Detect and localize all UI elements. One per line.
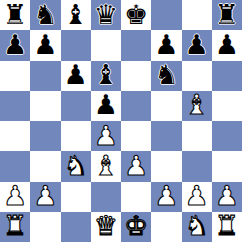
- square-d6[interactable]: ♝: [91, 61, 121, 91]
- square-h6[interactable]: [212, 61, 242, 91]
- square-d8[interactable]: ♛: [91, 0, 121, 30]
- square-g8[interactable]: [182, 0, 212, 30]
- square-f7[interactable]: ♟: [151, 30, 181, 60]
- square-g4[interactable]: [182, 121, 212, 151]
- square-f3[interactable]: [151, 151, 181, 181]
- square-g2[interactable]: ♟: [182, 182, 212, 212]
- square-e8[interactable]: ♚: [121, 0, 151, 30]
- piece-black-rook: ♜: [215, 1, 239, 28]
- square-f5[interactable]: [151, 91, 181, 121]
- square-g6[interactable]: [182, 61, 212, 91]
- chess-board: ♜♞♝♛♚♜♟♟♟♟♟♟♝♞♟♝♟♞♝♟♟♟♟♟♟♜♛♚♞♜: [0, 0, 242, 242]
- square-d5[interactable]: ♟: [91, 91, 121, 121]
- piece-white-pawn: ♟: [185, 182, 209, 209]
- piece-black-knight: ♞: [33, 1, 57, 28]
- square-b2[interactable]: ♟: [30, 182, 60, 212]
- square-a2[interactable]: ♟: [0, 182, 30, 212]
- square-b5[interactable]: [30, 91, 60, 121]
- square-e5[interactable]: [121, 91, 151, 121]
- square-b1[interactable]: [30, 212, 60, 242]
- square-b7[interactable]: ♟: [30, 30, 60, 60]
- piece-black-pawn: ♟: [94, 91, 118, 118]
- square-c7[interactable]: [61, 30, 91, 60]
- square-g1[interactable]: ♞: [182, 212, 212, 242]
- square-e3[interactable]: ♟: [121, 151, 151, 181]
- square-c8[interactable]: ♝: [61, 0, 91, 30]
- piece-black-pawn: ♟: [154, 31, 178, 58]
- square-a3[interactable]: [0, 151, 30, 181]
- square-f8[interactable]: [151, 0, 181, 30]
- piece-black-bishop: ♝: [64, 1, 88, 28]
- piece-black-rook: ♜: [3, 1, 27, 28]
- square-c6[interactable]: ♟: [61, 61, 91, 91]
- piece-white-pawn: ♟: [215, 182, 239, 209]
- chess-board-container: ♜♞♝♛♚♜♟♟♟♟♟♟♝♞♟♝♟♞♝♟♟♟♟♟♟♜♛♚♞♜: [0, 0, 242, 242]
- square-f6[interactable]: ♞: [151, 61, 181, 91]
- piece-black-queen: ♛: [94, 1, 118, 28]
- square-d1[interactable]: ♛: [91, 212, 121, 242]
- piece-black-king: ♚: [124, 1, 148, 28]
- piece-white-rook: ♜: [3, 212, 27, 239]
- square-b6[interactable]: [30, 61, 60, 91]
- square-e4[interactable]: [121, 121, 151, 151]
- square-h8[interactable]: ♜: [212, 0, 242, 30]
- piece-white-bishop: ♝: [94, 152, 118, 179]
- square-b8[interactable]: ♞: [30, 0, 60, 30]
- piece-white-rook: ♜: [215, 212, 239, 239]
- square-d4[interactable]: ♟: [91, 121, 121, 151]
- piece-white-queen: ♛: [94, 212, 118, 239]
- square-a5[interactable]: [0, 91, 30, 121]
- square-e1[interactable]: ♚: [121, 212, 151, 242]
- piece-black-pawn: ♟: [33, 31, 57, 58]
- square-c1[interactable]: [61, 212, 91, 242]
- piece-white-knight: ♞: [185, 212, 209, 239]
- piece-white-pawn: ♟: [124, 152, 148, 179]
- square-c5[interactable]: [61, 91, 91, 121]
- square-h3[interactable]: [212, 151, 242, 181]
- piece-black-pawn: ♟: [3, 31, 27, 58]
- square-h2[interactable]: ♟: [212, 182, 242, 212]
- square-a4[interactable]: [0, 121, 30, 151]
- square-d2[interactable]: [91, 182, 121, 212]
- square-e6[interactable]: [121, 61, 151, 91]
- piece-black-pawn: ♟: [215, 31, 239, 58]
- square-c2[interactable]: [61, 182, 91, 212]
- square-a8[interactable]: ♜: [0, 0, 30, 30]
- square-a7[interactable]: ♟: [0, 30, 30, 60]
- piece-white-pawn: ♟: [3, 182, 27, 209]
- piece-black-knight: ♞: [154, 61, 178, 88]
- piece-white-king: ♚: [124, 212, 148, 239]
- square-b3[interactable]: [30, 151, 60, 181]
- square-g5[interactable]: ♝: [182, 91, 212, 121]
- square-d3[interactable]: ♝: [91, 151, 121, 181]
- square-f2[interactable]: ♟: [151, 182, 181, 212]
- square-a6[interactable]: [0, 61, 30, 91]
- piece-white-bishop: ♝: [185, 91, 209, 118]
- piece-white-knight: ♞: [64, 152, 88, 179]
- square-e7[interactable]: [121, 30, 151, 60]
- square-h4[interactable]: [212, 121, 242, 151]
- square-f4[interactable]: [151, 121, 181, 151]
- square-g3[interactable]: [182, 151, 212, 181]
- piece-black-pawn: ♟: [185, 31, 209, 58]
- square-h5[interactable]: [212, 91, 242, 121]
- square-e2[interactable]: [121, 182, 151, 212]
- piece-white-pawn: ♟: [33, 182, 57, 209]
- square-g7[interactable]: ♟: [182, 30, 212, 60]
- square-d7[interactable]: [91, 30, 121, 60]
- square-c3[interactable]: ♞: [61, 151, 91, 181]
- piece-black-pawn: ♟: [64, 61, 88, 88]
- square-b4[interactable]: [30, 121, 60, 151]
- piece-white-pawn: ♟: [94, 122, 118, 149]
- piece-black-bishop: ♝: [94, 61, 118, 88]
- square-a1[interactable]: ♜: [0, 212, 30, 242]
- square-c4[interactable]: [61, 121, 91, 151]
- square-h1[interactable]: ♜: [212, 212, 242, 242]
- square-h7[interactable]: ♟: [212, 30, 242, 60]
- piece-white-pawn: ♟: [154, 182, 178, 209]
- square-f1[interactable]: [151, 212, 181, 242]
